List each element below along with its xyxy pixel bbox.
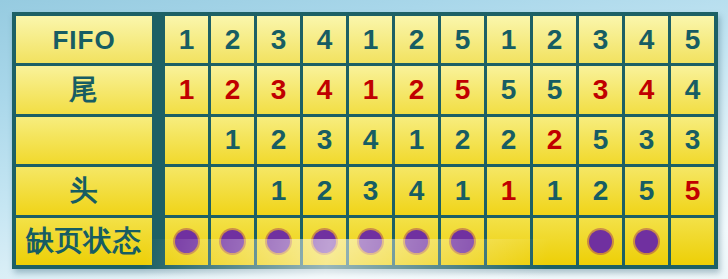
cell-r3c6: 1 — [441, 167, 484, 214]
cell-r3c2: 1 — [257, 167, 300, 214]
row-label-3: 头 — [16, 167, 152, 214]
cell-r3c0 — [165, 167, 208, 214]
label-divider — [155, 117, 162, 164]
cell-r3c1 — [211, 167, 254, 214]
cell-r2c2: 2 — [257, 117, 300, 164]
page-fault-dot — [359, 230, 382, 253]
cell-r0c10: 4 — [625, 16, 668, 63]
cell-r0c3: 4 — [303, 16, 346, 63]
cell-r4c1 — [211, 218, 254, 265]
label-divider — [155, 167, 162, 214]
cell-r4c4 — [349, 218, 392, 265]
cell-r0c2: 3 — [257, 16, 300, 63]
cell-r2c0 — [165, 117, 208, 164]
fifo-demo-table: FIFO123412512345尾12341255534412341222533… — [12, 12, 718, 269]
cell-r3c8: 1 — [533, 167, 576, 214]
cell-r1c8: 5 — [533, 66, 576, 113]
page-fault-dot — [589, 230, 612, 253]
cell-r4c3 — [303, 218, 346, 265]
cell-r2c10: 3 — [625, 117, 668, 164]
cell-r2c5: 1 — [395, 117, 438, 164]
cell-r2c4: 4 — [349, 117, 392, 164]
cell-r4c0 — [165, 218, 208, 265]
page-fault-dot — [175, 230, 198, 253]
row-label-4: 缺页状态 — [16, 218, 152, 265]
cell-r1c6: 5 — [441, 66, 484, 113]
cell-r2c7: 2 — [487, 117, 530, 164]
cell-r2c6: 2 — [441, 117, 484, 164]
row-label-2 — [16, 117, 152, 164]
page-fault-dot — [221, 230, 244, 253]
page-fault-dot — [313, 230, 336, 253]
cell-r2c8: 2 — [533, 117, 576, 164]
cell-r2c11: 3 — [671, 117, 714, 164]
cell-r1c9: 3 — [579, 66, 622, 113]
cell-r3c3: 2 — [303, 167, 346, 214]
cell-r1c5: 2 — [395, 66, 438, 113]
cell-r1c7: 5 — [487, 66, 530, 113]
cell-r0c9: 3 — [579, 16, 622, 63]
row-label-0: FIFO — [16, 16, 152, 63]
cell-r1c0: 1 — [165, 66, 208, 113]
cell-r4c6 — [441, 218, 484, 265]
cell-r1c2: 3 — [257, 66, 300, 113]
cell-r2c1: 1 — [211, 117, 254, 164]
cell-r4c11 — [671, 218, 714, 265]
cell-r0c1: 2 — [211, 16, 254, 63]
label-divider — [155, 218, 162, 265]
cell-r0c6: 5 — [441, 16, 484, 63]
cell-r4c7 — [487, 218, 530, 265]
cell-r0c11: 5 — [671, 16, 714, 63]
cell-r0c7: 1 — [487, 16, 530, 63]
cell-r3c4: 3 — [349, 167, 392, 214]
row-label-1: 尾 — [16, 66, 152, 113]
label-divider — [155, 16, 162, 63]
page-fault-dot — [267, 230, 290, 253]
cell-r4c9 — [579, 218, 622, 265]
cell-r0c4: 1 — [349, 16, 392, 63]
page-fault-dot — [635, 230, 658, 253]
cell-r2c9: 5 — [579, 117, 622, 164]
cell-r4c5 — [395, 218, 438, 265]
label-divider — [155, 66, 162, 113]
cell-r0c8: 2 — [533, 16, 576, 63]
cell-r1c3: 4 — [303, 66, 346, 113]
cell-r4c10 — [625, 218, 668, 265]
cell-r1c1: 2 — [211, 66, 254, 113]
page-fault-dot — [451, 230, 474, 253]
cell-r4c8 — [533, 218, 576, 265]
cell-r0c5: 2 — [395, 16, 438, 63]
cell-r3c11: 5 — [671, 167, 714, 214]
cell-r2c3: 3 — [303, 117, 346, 164]
cell-r3c7: 1 — [487, 167, 530, 214]
cell-r0c0: 1 — [165, 16, 208, 63]
cell-r4c2 — [257, 218, 300, 265]
cell-r1c10: 4 — [625, 66, 668, 113]
cell-r3c9: 2 — [579, 167, 622, 214]
cell-r1c4: 1 — [349, 66, 392, 113]
page-fault-dot — [405, 230, 428, 253]
cell-r3c10: 5 — [625, 167, 668, 214]
cell-r1c11: 4 — [671, 66, 714, 113]
cell-r3c5: 4 — [395, 167, 438, 214]
